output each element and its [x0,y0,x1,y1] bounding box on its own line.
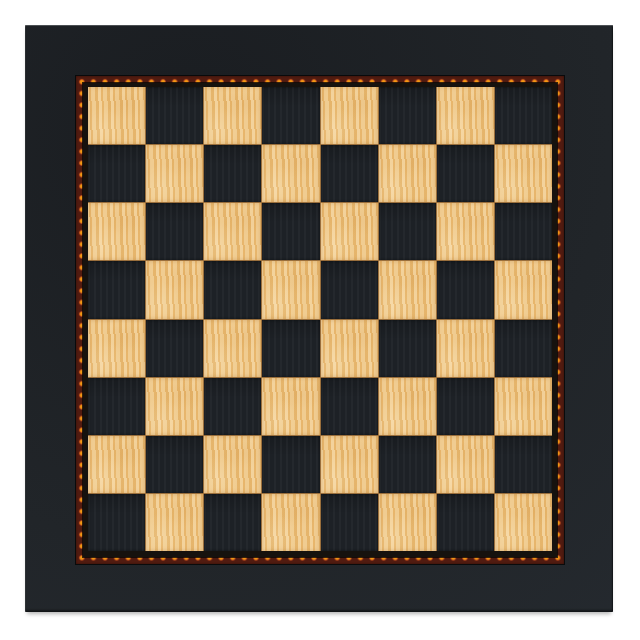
square-a3[interactable] [88,378,145,435]
square-c6[interactable] [204,203,261,260]
square-d5[interactable] [262,261,319,318]
square-c7[interactable] [204,145,261,202]
square-d3[interactable] [262,378,319,435]
square-b6[interactable] [146,203,203,260]
square-h5[interactable] [495,261,552,318]
square-b4[interactable] [146,320,203,377]
square-b3[interactable] [146,378,203,435]
square-d6[interactable] [262,203,319,260]
square-h6[interactable] [495,203,552,260]
square-b2[interactable] [146,436,203,493]
square-b7[interactable] [146,145,203,202]
square-d7[interactable] [262,145,319,202]
square-f8[interactable] [379,87,436,144]
square-e5[interactable] [321,261,378,318]
square-g6[interactable] [437,203,494,260]
square-b1[interactable] [146,494,203,551]
square-a4[interactable] [88,320,145,377]
square-f5[interactable] [379,261,436,318]
square-e8[interactable] [321,87,378,144]
square-c4[interactable] [204,320,261,377]
square-h4[interactable] [495,320,552,377]
square-g1[interactable] [437,494,494,551]
square-d4[interactable] [262,320,319,377]
square-h2[interactable] [495,436,552,493]
square-a8[interactable] [88,87,145,144]
square-c1[interactable] [204,494,261,551]
square-f6[interactable] [379,203,436,260]
square-c3[interactable] [204,378,261,435]
square-f1[interactable] [379,494,436,551]
square-f2[interactable] [379,436,436,493]
square-d1[interactable] [262,494,319,551]
square-e3[interactable] [321,378,378,435]
square-h1[interactable] [495,494,552,551]
square-c8[interactable] [204,87,261,144]
square-f4[interactable] [379,320,436,377]
chess-board-frame [25,25,613,612]
square-e7[interactable] [321,145,378,202]
square-b5[interactable] [146,261,203,318]
square-e4[interactable] [321,320,378,377]
square-g2[interactable] [437,436,494,493]
square-e6[interactable] [321,203,378,260]
chess-board [88,87,552,551]
square-d8[interactable] [262,87,319,144]
square-h3[interactable] [495,378,552,435]
product-photo-background [0,0,640,640]
square-a6[interactable] [88,203,145,260]
square-c2[interactable] [204,436,261,493]
square-e2[interactable] [321,436,378,493]
square-a1[interactable] [88,494,145,551]
square-f7[interactable] [379,145,436,202]
square-f3[interactable] [379,378,436,435]
square-g4[interactable] [437,320,494,377]
square-h8[interactable] [495,87,552,144]
square-g7[interactable] [437,145,494,202]
square-a2[interactable] [88,436,145,493]
square-h7[interactable] [495,145,552,202]
square-g3[interactable] [437,378,494,435]
square-g8[interactable] [437,87,494,144]
square-g5[interactable] [437,261,494,318]
square-d2[interactable] [262,436,319,493]
square-b8[interactable] [146,87,203,144]
square-a7[interactable] [88,145,145,202]
square-c5[interactable] [204,261,261,318]
square-e1[interactable] [321,494,378,551]
square-a5[interactable] [88,261,145,318]
